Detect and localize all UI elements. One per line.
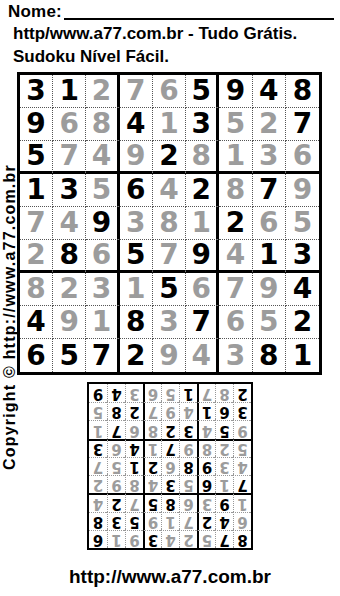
solution-digit: 6 — [148, 386, 158, 401]
sudoku-digit: 3 — [159, 308, 178, 336]
sudoku-digit: 3 — [293, 241, 312, 269]
solution-digit: 6 — [93, 532, 103, 547]
solution-cell-r2c5: 1 — [161, 512, 179, 530]
solution-digit: 8 — [148, 423, 158, 438]
solution-digit: 8 — [111, 404, 121, 419]
sudoku-cell-r8c9[interactable]: 2 — [286, 306, 319, 339]
sudoku-cell-r5c1[interactable]: 7 — [20, 207, 53, 240]
sudoku-digit: 1 — [92, 308, 111, 336]
solution-digit: 9 — [237, 423, 247, 438]
solution-cell-r4c3: 6 — [197, 475, 215, 493]
sudoku-digit: 2 — [159, 142, 178, 170]
footer-url: http://www.a77.com.br — [0, 566, 340, 588]
sudoku-cell-r3c6[interactable]: 8 — [186, 141, 219, 174]
sudoku-cell-r9c1[interactable]: 6 — [20, 339, 53, 372]
sudoku-digit: 9 — [259, 275, 278, 303]
solution-digit: 7 — [93, 459, 103, 474]
sudoku-digit: 2 — [60, 275, 79, 303]
sudoku-cell-r6c2[interactable]: 8 — [53, 240, 86, 273]
solution-cell-r1c8: 1 — [107, 530, 125, 548]
solution-digit: 7 — [165, 441, 175, 456]
solution-digit: 1 — [165, 514, 175, 529]
sudoku-digit: 7 — [26, 209, 45, 237]
solution-cell-r4c8: 9 — [107, 475, 125, 493]
sudoku-cell-r3c2[interactable]: 7 — [53, 141, 86, 174]
sudoku-digit: 1 — [226, 142, 245, 170]
solution-digit: 4 — [183, 404, 193, 419]
sudoku-digit: 6 — [26, 342, 45, 370]
solution-digit: 1 — [111, 532, 121, 547]
solution-cell-r5c2: 3 — [215, 457, 233, 475]
solution-cell-r8c9: 5 — [89, 402, 107, 420]
sudoku-digit: 4 — [60, 209, 79, 237]
solution-cell-r7c5: 2 — [161, 420, 179, 438]
sudoku-digit: 6 — [259, 209, 278, 237]
solution-cell-r4c2: 1 — [215, 475, 233, 493]
sudoku-cell-r2c3[interactable]: 8 — [86, 108, 119, 141]
solution-cell-r8c1: 3 — [233, 402, 251, 420]
name-label: Nome: — [8, 2, 62, 22]
sudoku-digit: 9 — [26, 110, 45, 138]
sudoku-digit: 6 — [226, 308, 245, 336]
solution-digit: 1 — [202, 404, 212, 419]
solution-digit: 6 — [237, 514, 247, 529]
sudoku-cell-r1c4[interactable]: 7 — [120, 75, 153, 108]
sudoku-digit: 8 — [293, 77, 312, 105]
solution-digit: 5 — [202, 532, 212, 547]
solution-digit: 1 — [219, 477, 229, 492]
puzzle-title: Sudoku Nível Fácil. — [13, 47, 169, 67]
solution-cell-r2c2: 4 — [215, 512, 233, 530]
solution-digit: 9 — [183, 441, 193, 456]
sudoku-cell-r8c1[interactable]: 4 — [20, 306, 53, 339]
sudoku-cell-r9c5[interactable]: 9 — [153, 339, 186, 372]
solution-cell-r1c3: 5 — [197, 530, 215, 548]
sudoku-cell-r4c9[interactable]: 9 — [286, 174, 319, 207]
sudoku-digit: 6 — [191, 275, 210, 303]
solution-digit: 2 — [148, 459, 158, 474]
solution-digit: 9 — [202, 459, 212, 474]
solution-cell-r3c3: 3 — [197, 493, 215, 511]
sudoku-cell-r8c5[interactable]: 3 — [153, 306, 186, 339]
sudoku-digit: 7 — [191, 308, 210, 336]
solution-digit: 5 — [219, 423, 229, 438]
sudoku-cell-r5c2[interactable]: 4 — [53, 207, 86, 240]
sudoku-cell-r8c3[interactable]: 1 — [86, 306, 119, 339]
sudoku-cell-r5c6[interactable]: 1 — [186, 207, 219, 240]
sudoku-cell-r9c8[interactable]: 8 — [253, 339, 286, 372]
sudoku-digit: 9 — [226, 77, 245, 105]
site-header-text: http/www.a77.com.br - Tudo Grátis. — [13, 24, 297, 44]
sudoku-cell-r4c8[interactable]: 7 — [253, 174, 286, 207]
sudoku-cell-r2c4[interactable]: 4 — [120, 108, 153, 141]
solution-cell-r5c4: 8 — [179, 457, 197, 475]
solution-digit: 1 — [148, 441, 158, 456]
solution-digit: 7 — [129, 496, 139, 511]
sudoku-digit: 3 — [259, 142, 278, 170]
sudoku-digit: 7 — [226, 275, 245, 303]
solution-cell-r6c2: 2 — [215, 439, 233, 457]
sudoku-cell-r9c6[interactable]: 4 — [186, 339, 219, 372]
sudoku-digit: 1 — [60, 77, 79, 105]
solution-cell-r5c6: 2 — [143, 457, 161, 475]
sudoku-digit: 7 — [92, 342, 111, 370]
solution-cell-r2c7: 5 — [125, 512, 143, 530]
sudoku-cell-r5c4[interactable]: 3 — [120, 207, 153, 240]
solution-cell-r9c3: 7 — [197, 384, 215, 402]
sudoku-cell-r5c5[interactable]: 8 — [153, 207, 186, 240]
solution-digit: 3 — [219, 459, 229, 474]
solution-cell-r1c1: 8 — [233, 530, 251, 548]
sudoku-digit: 3 — [191, 110, 210, 138]
sudoku-digit: 8 — [60, 241, 79, 269]
solution-cell-r6c6: 1 — [143, 439, 161, 457]
sudoku-digit: 8 — [226, 176, 245, 204]
sudoku-digit: 9 — [126, 142, 145, 170]
sudoku-cell-r2c8[interactable]: 2 — [253, 108, 286, 141]
sudoku-digit: 9 — [191, 241, 210, 269]
solution-digit: 9 — [219, 496, 229, 511]
solution-digit: 3 — [148, 532, 158, 547]
solution-digit: 3 — [93, 441, 103, 456]
sudoku-cell-r1c8[interactable]: 4 — [253, 75, 286, 108]
sudoku-digit: 9 — [293, 176, 312, 204]
solution-digit: 3 — [202, 496, 212, 511]
sudoku-cell-r3c4[interactable]: 9 — [120, 141, 153, 174]
solution-cell-r7c9: 1 — [89, 420, 107, 438]
solution-cell-r4c5: 3 — [161, 475, 179, 493]
sudoku-digit: 4 — [26, 308, 45, 336]
sudoku-digit: 5 — [293, 209, 312, 237]
sudoku-digit: 6 — [159, 77, 178, 105]
solution-cell-r1c5: 4 — [161, 530, 179, 548]
solution-digit: 1 — [129, 459, 139, 474]
solution-cell-r7c1: 9 — [233, 420, 251, 438]
solution-cell-r5c9: 7 — [89, 457, 107, 475]
solution-digit: 8 — [237, 532, 247, 547]
solution-cell-r9c5: 5 — [161, 384, 179, 402]
solution-digit: 8 — [93, 514, 103, 529]
solution-cell-r3c9: 4 — [89, 493, 107, 511]
solution-cell-r5c7: 1 — [125, 457, 143, 475]
solution-cell-r6c1: 5 — [233, 439, 251, 457]
solution-digit: 4 — [219, 514, 229, 529]
sudoku-cell-r8c8[interactable]: 5 — [253, 306, 286, 339]
sudoku-digit: 4 — [191, 342, 210, 370]
sudoku-cell-r9c9[interactable]: 1 — [286, 339, 319, 372]
sudoku-cell-r8c4[interactable]: 8 — [120, 306, 153, 339]
solution-cell-r5c1: 4 — [233, 457, 251, 475]
sudoku-cell-r3c9[interactable]: 6 — [286, 141, 319, 174]
solution-digit: 5 — [111, 459, 121, 474]
sudoku-cell-r7c7[interactable]: 7 — [219, 273, 252, 306]
sudoku-digit: 5 — [191, 77, 210, 105]
solution-digit: 9 — [111, 477, 121, 492]
sudoku-digit: 8 — [92, 110, 111, 138]
solution-cell-r1c7: 9 — [125, 530, 143, 548]
sudoku-cell-r9c2[interactable]: 5 — [53, 339, 86, 372]
solution-cell-r1c9: 6 — [89, 530, 107, 548]
solution-cell-r3c5: 8 — [161, 493, 179, 511]
sudoku-cell-r4c5[interactable]: 4 — [153, 174, 186, 207]
sudoku-digit: 6 — [92, 241, 111, 269]
solution-digit: 4 — [148, 477, 158, 492]
solution-digit: 8 — [202, 441, 212, 456]
solution-cell-r9c9: 9 — [89, 384, 107, 402]
solution-cell-r6c4: 9 — [179, 439, 197, 457]
sudoku-print-page: Nome: http/www.a77.com.br - Tudo Grátis.… — [0, 0, 340, 596]
solution-cell-r6c5: 7 — [161, 439, 179, 457]
solution-digit: 6 — [129, 423, 139, 438]
sudoku-cell-r6c9[interactable]: 3 — [286, 240, 319, 273]
solution-digit: 5 — [93, 404, 103, 419]
solution-digit: 3 — [129, 386, 139, 401]
sudoku-digit: 1 — [259, 241, 278, 269]
sudoku-digit: 5 — [259, 308, 278, 336]
sudoku-cell-r6c8[interactable]: 1 — [253, 240, 286, 273]
solution-digit: 6 — [111, 441, 121, 456]
solution-cell-r3c8: 2 — [107, 493, 125, 511]
sudoku-digit: 8 — [191, 142, 210, 170]
sudoku-digit: 2 — [26, 241, 45, 269]
sudoku-cell-r5c3[interactable]: 9 — [86, 207, 119, 240]
sudoku-cell-r7c8[interactable]: 9 — [253, 273, 286, 306]
solution-cell-r9c4: 1 — [179, 384, 197, 402]
sudoku-cell-r1c1[interactable]: 3 — [20, 75, 53, 108]
sudoku-cell-r7c6[interactable]: 6 — [186, 273, 219, 306]
solution-cell-r2c4: 7 — [179, 512, 197, 530]
sudoku-cell-r8c2[interactable]: 9 — [53, 306, 86, 339]
solution-cell-r4c4: 5 — [179, 475, 197, 493]
sudoku-cell-r5c9[interactable]: 5 — [286, 207, 319, 240]
solution-digit: 2 — [165, 423, 175, 438]
solution-cell-r4c6: 4 — [143, 475, 161, 493]
sudoku-digit: 1 — [26, 176, 45, 204]
sudoku-cell-r7c3[interactable]: 3 — [86, 273, 119, 306]
sudoku-cell-r2c6[interactable]: 3 — [186, 108, 219, 141]
sudoku-digit: 9 — [159, 342, 178, 370]
solution-digit: 7 — [219, 532, 229, 547]
sudoku-grid: 3127659489684135275749281361356428797493… — [17, 72, 322, 375]
solution-grid-rotated: 8752439166427195381936857247165348924398… — [87, 382, 253, 550]
solution-digit: 2 — [129, 404, 139, 419]
solution-digit: 7 — [111, 423, 121, 438]
sudoku-digit: 3 — [26, 77, 45, 105]
solution-digit: 6 — [202, 477, 212, 492]
sudoku-cell-r9c4[interactable]: 2 — [120, 339, 153, 372]
solution-cell-r1c6: 3 — [143, 530, 161, 548]
solution-digit: 3 — [183, 423, 193, 438]
sudoku-digit: 1 — [191, 209, 210, 237]
sudoku-cell-r1c3[interactable]: 2 — [86, 75, 119, 108]
sudoku-cell-r3c5[interactable]: 2 — [153, 141, 186, 174]
solution-digit: 8 — [165, 496, 175, 511]
sudoku-digit: 9 — [92, 209, 111, 237]
sudoku-cell-r6c3[interactable]: 6 — [86, 240, 119, 273]
solution-digit: 5 — [237, 441, 247, 456]
solution-cell-r2c9: 8 — [89, 512, 107, 530]
solution-cell-r7c6: 8 — [143, 420, 161, 438]
sudoku-digit: 1 — [293, 342, 312, 370]
sudoku-cell-r6c1[interactable]: 2 — [20, 240, 53, 273]
sudoku-digit: 5 — [60, 342, 79, 370]
sudoku-digit: 3 — [126, 209, 145, 237]
solution-cell-r4c7: 8 — [125, 475, 143, 493]
sudoku-cell-r8c7[interactable]: 6 — [219, 306, 252, 339]
sudoku-digit: 2 — [126, 342, 145, 370]
sudoku-cell-r9c3[interactable]: 7 — [86, 339, 119, 372]
sudoku-cell-r6c4[interactable]: 5 — [120, 240, 153, 273]
solution-digit: 1 — [93, 423, 103, 438]
solution-digit: 3 — [165, 477, 175, 492]
sudoku-digit: 1 — [159, 110, 178, 138]
solution-cell-r3c1: 1 — [233, 493, 251, 511]
sudoku-cell-r3c1[interactable]: 5 — [20, 141, 53, 174]
sudoku-digit: 2 — [259, 110, 278, 138]
sudoku-digit: 7 — [293, 110, 312, 138]
solution-cell-r8c6: 7 — [143, 402, 161, 420]
solution-digit: 5 — [129, 514, 139, 529]
sudoku-cell-r6c7[interactable]: 4 — [219, 240, 252, 273]
solution-digit: 2 — [93, 477, 103, 492]
sudoku-cell-r7c4[interactable]: 1 — [120, 273, 153, 306]
sudoku-digit: 7 — [259, 176, 278, 204]
solution-digit: 3 — [237, 404, 247, 419]
sudoku-cell-r3c3[interactable]: 4 — [86, 141, 119, 174]
sudoku-digit: 7 — [60, 142, 79, 170]
solution-digit: 4 — [237, 459, 247, 474]
solution-digit: 7 — [183, 514, 193, 529]
solution-digit: 8 — [183, 459, 193, 474]
sudoku-cell-r2c5[interactable]: 1 — [153, 108, 186, 141]
sudoku-digit: 3 — [92, 275, 111, 303]
sudoku-cell-r9c7[interactable]: 3 — [219, 339, 252, 372]
sudoku-cell-r4c6[interactable]: 2 — [186, 174, 219, 207]
solution-digit: 7 — [237, 477, 247, 492]
sudoku-digit: 8 — [259, 342, 278, 370]
sudoku-digit: 7 — [159, 241, 178, 269]
sudoku-cell-r8c6[interactable]: 7 — [186, 306, 219, 339]
sudoku-cell-r3c7[interactable]: 1 — [219, 141, 252, 174]
sudoku-cell-r1c6[interactable]: 5 — [186, 75, 219, 108]
solution-cell-r5c8: 5 — [107, 457, 125, 475]
sudoku-cell-r4c2[interactable]: 3 — [53, 174, 86, 207]
solution-digit: 6 — [183, 496, 193, 511]
sudoku-digit: 8 — [26, 275, 45, 303]
sudoku-digit: 5 — [26, 142, 45, 170]
sudoku-cell-r1c7[interactable]: 9 — [219, 75, 252, 108]
solution-digit: 2 — [183, 532, 193, 547]
solution-cell-r6c9: 3 — [89, 439, 107, 457]
solution-digit: 4 — [202, 423, 212, 438]
sudoku-cell-r4c7[interactable]: 8 — [219, 174, 252, 207]
solution-cell-r7c7: 6 — [125, 420, 143, 438]
solution-cell-r3c6: 5 — [143, 493, 161, 511]
solution-digit: 3 — [111, 514, 121, 529]
sudoku-cell-r6c5[interactable]: 7 — [153, 240, 186, 273]
solution-cell-r6c3: 8 — [197, 439, 215, 457]
solution-cell-r9c6: 6 — [143, 384, 161, 402]
sudoku-cell-r4c1[interactable]: 1 — [20, 174, 53, 207]
solution-cell-r4c1: 7 — [233, 475, 251, 493]
sudoku-digit: 5 — [226, 110, 245, 138]
sudoku-cell-r1c5[interactable]: 6 — [153, 75, 186, 108]
solution-digit: 8 — [129, 477, 139, 492]
sudoku-digit: 2 — [191, 176, 210, 204]
sudoku-digit: 6 — [293, 142, 312, 170]
sudoku-cell-r7c1[interactable]: 8 — [20, 273, 53, 306]
sudoku-digit: 8 — [159, 209, 178, 237]
sudoku-digit: 7 — [126, 77, 145, 105]
sudoku-digit: 4 — [126, 110, 145, 138]
sudoku-digit: 6 — [126, 176, 145, 204]
sudoku-cell-r7c9[interactable]: 4 — [286, 273, 319, 306]
solution-cell-r7c3: 4 — [197, 420, 215, 438]
solution-cell-r9c7: 3 — [125, 384, 143, 402]
solution-digit: 2 — [202, 514, 212, 529]
sudoku-cell-r2c2[interactable]: 6 — [53, 108, 86, 141]
sudoku-digit: 3 — [226, 342, 245, 370]
sudoku-cell-r5c8[interactable]: 6 — [253, 207, 286, 240]
solution-cell-r9c2: 8 — [215, 384, 233, 402]
solution-cell-r6c7: 4 — [125, 439, 143, 457]
sudoku-cell-r3c8[interactable]: 3 — [253, 141, 286, 174]
solution-cell-r6c8: 6 — [107, 439, 125, 457]
sudoku-digit: 4 — [92, 142, 111, 170]
solution-digit: 9 — [165, 404, 175, 419]
sudoku-cell-r4c3[interactable]: 5 — [86, 174, 119, 207]
solution-cell-r5c3: 9 — [197, 457, 215, 475]
sudoku-digit: 4 — [293, 275, 312, 303]
solution-cell-r2c3: 2 — [197, 512, 215, 530]
solution-digit: 8 — [219, 386, 229, 401]
solution-digit: 4 — [93, 496, 103, 511]
sudoku-cell-r6c6[interactable]: 9 — [186, 240, 219, 273]
sudoku-digit: 2 — [92, 77, 111, 105]
sudoku-cell-r1c9[interactable]: 8 — [286, 75, 319, 108]
sudoku-cell-r7c5[interactable]: 5 — [153, 273, 186, 306]
sudoku-digit: 4 — [159, 176, 178, 204]
name-row: Nome: — [8, 2, 334, 22]
sudoku-cell-r5c7[interactable]: 2 — [219, 207, 252, 240]
sudoku-cell-r7c2[interactable]: 2 — [53, 273, 86, 306]
sudoku-digit: 2 — [293, 308, 312, 336]
sudoku-cell-r2c9[interactable]: 7 — [286, 108, 319, 141]
sudoku-cell-r1c2[interactable]: 1 — [53, 75, 86, 108]
solution-digit: 9 — [93, 386, 103, 401]
solution-cell-r8c5: 9 — [161, 402, 179, 420]
sudoku-digit: 2 — [226, 209, 245, 237]
solution-cell-r1c4: 2 — [179, 530, 197, 548]
solution-digit: 2 — [219, 441, 229, 456]
solution-digit: 9 — [148, 514, 158, 529]
sudoku-cell-r4c4[interactable]: 6 — [120, 174, 153, 207]
sudoku-digit: 5 — [126, 241, 145, 269]
solution-cell-r2c8: 3 — [107, 512, 125, 530]
sudoku-digit: 3 — [60, 176, 79, 204]
solution-digit: 1 — [237, 496, 247, 511]
solution-digit: 5 — [165, 386, 175, 401]
sudoku-digit: 1 — [126, 275, 145, 303]
solution-cell-r4c9: 2 — [89, 475, 107, 493]
solution-cell-r8c7: 2 — [125, 402, 143, 420]
solution-cell-r8c8: 8 — [107, 402, 125, 420]
sudoku-cell-r2c7[interactable]: 5 — [219, 108, 252, 141]
sudoku-cell-r2c1[interactable]: 9 — [20, 108, 53, 141]
solution-digit: 7 — [202, 386, 212, 401]
solution-cell-r8c3: 1 — [197, 402, 215, 420]
solution-cell-r2c6: 9 — [143, 512, 161, 530]
